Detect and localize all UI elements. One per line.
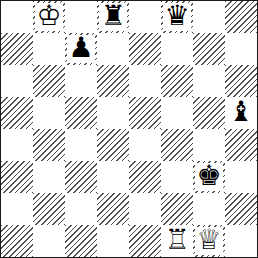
square-g1: ♕ (193, 225, 225, 257)
black-king: ♚ (196, 162, 221, 190)
square-d2 (97, 193, 129, 225)
square-f6 (161, 65, 193, 97)
square-g5 (193, 97, 225, 129)
square-f4 (161, 129, 193, 161)
square-e5 (129, 97, 161, 129)
square-e4 (129, 129, 161, 161)
square-g7 (193, 33, 225, 65)
square-e3 (129, 161, 161, 193)
square-a7 (1, 33, 33, 65)
square-f2 (161, 193, 193, 225)
square-d4 (97, 129, 129, 161)
square-c4 (65, 129, 97, 161)
white-king: ♔ (36, 2, 61, 30)
square-b1 (33, 225, 65, 257)
square-d7 (97, 33, 129, 65)
square-g6 (193, 65, 225, 97)
square-h3 (225, 161, 257, 193)
square-a1 (1, 225, 33, 257)
square-a6 (1, 65, 33, 97)
square-d1 (97, 225, 129, 257)
square-a2 (1, 193, 33, 225)
square-b7 (33, 33, 65, 65)
square-f3 (161, 161, 193, 193)
square-g8 (193, 1, 225, 33)
square-e7 (129, 33, 161, 65)
square-b8: ♔ (33, 1, 65, 33)
square-e2 (129, 193, 161, 225)
piece-halo: ♛ (163, 3, 191, 31)
square-f8: ♛ (161, 1, 193, 33)
square-a8 (1, 1, 33, 33)
square-e6 (129, 65, 161, 97)
square-c5 (65, 97, 97, 129)
square-h4 (225, 129, 257, 161)
square-c1 (65, 225, 97, 257)
piece-halo: ♚ (195, 163, 223, 191)
square-a3 (1, 161, 33, 193)
square-b2 (33, 193, 65, 225)
square-g4 (193, 129, 225, 161)
square-c7: ♟ (65, 33, 97, 65)
square-c6 (65, 65, 97, 97)
square-f5 (161, 97, 193, 129)
square-c3 (65, 161, 97, 193)
square-d3 (97, 161, 129, 193)
piece-halo: ♔ (35, 3, 63, 31)
square-b4 (33, 129, 65, 161)
square-e1 (129, 225, 161, 257)
square-c8 (65, 1, 97, 33)
white-queen: ♕ (196, 226, 221, 254)
square-g2 (193, 193, 225, 225)
black-bishop: ♝ (228, 98, 253, 126)
piece-halo: ♜ (99, 3, 127, 31)
square-h6 (225, 65, 257, 97)
piece-halo: ♕ (195, 227, 223, 255)
square-g3: ♚ (193, 161, 225, 193)
square-c2 (65, 193, 97, 225)
piece-halo: ♝ (227, 99, 255, 127)
square-h7 (225, 33, 257, 65)
black-rook: ♜ (100, 2, 125, 30)
square-b3 (33, 161, 65, 193)
white-rook: ♖ (164, 226, 189, 254)
square-d5 (97, 97, 129, 129)
square-h5: ♝ (225, 97, 257, 129)
chess-board: ♔♜♛♟♝♚♖♕ (1, 1, 257, 257)
square-b6 (33, 65, 65, 97)
square-h8 (225, 1, 257, 33)
square-d8: ♜ (97, 1, 129, 33)
square-f7 (161, 33, 193, 65)
chess-board-diagram: ♔♜♛♟♝♚♖♕ (0, 0, 258, 258)
black-pawn: ♟ (68, 34, 93, 62)
square-h2 (225, 193, 257, 225)
square-a5 (1, 97, 33, 129)
square-a4 (1, 129, 33, 161)
square-d6 (97, 65, 129, 97)
black-queen: ♛ (164, 2, 189, 30)
square-e8 (129, 1, 161, 33)
square-f1: ♖ (161, 225, 193, 257)
square-b5 (33, 97, 65, 129)
piece-halo: ♟ (67, 35, 95, 63)
piece-halo: ♖ (163, 227, 191, 255)
square-h1 (225, 225, 257, 257)
